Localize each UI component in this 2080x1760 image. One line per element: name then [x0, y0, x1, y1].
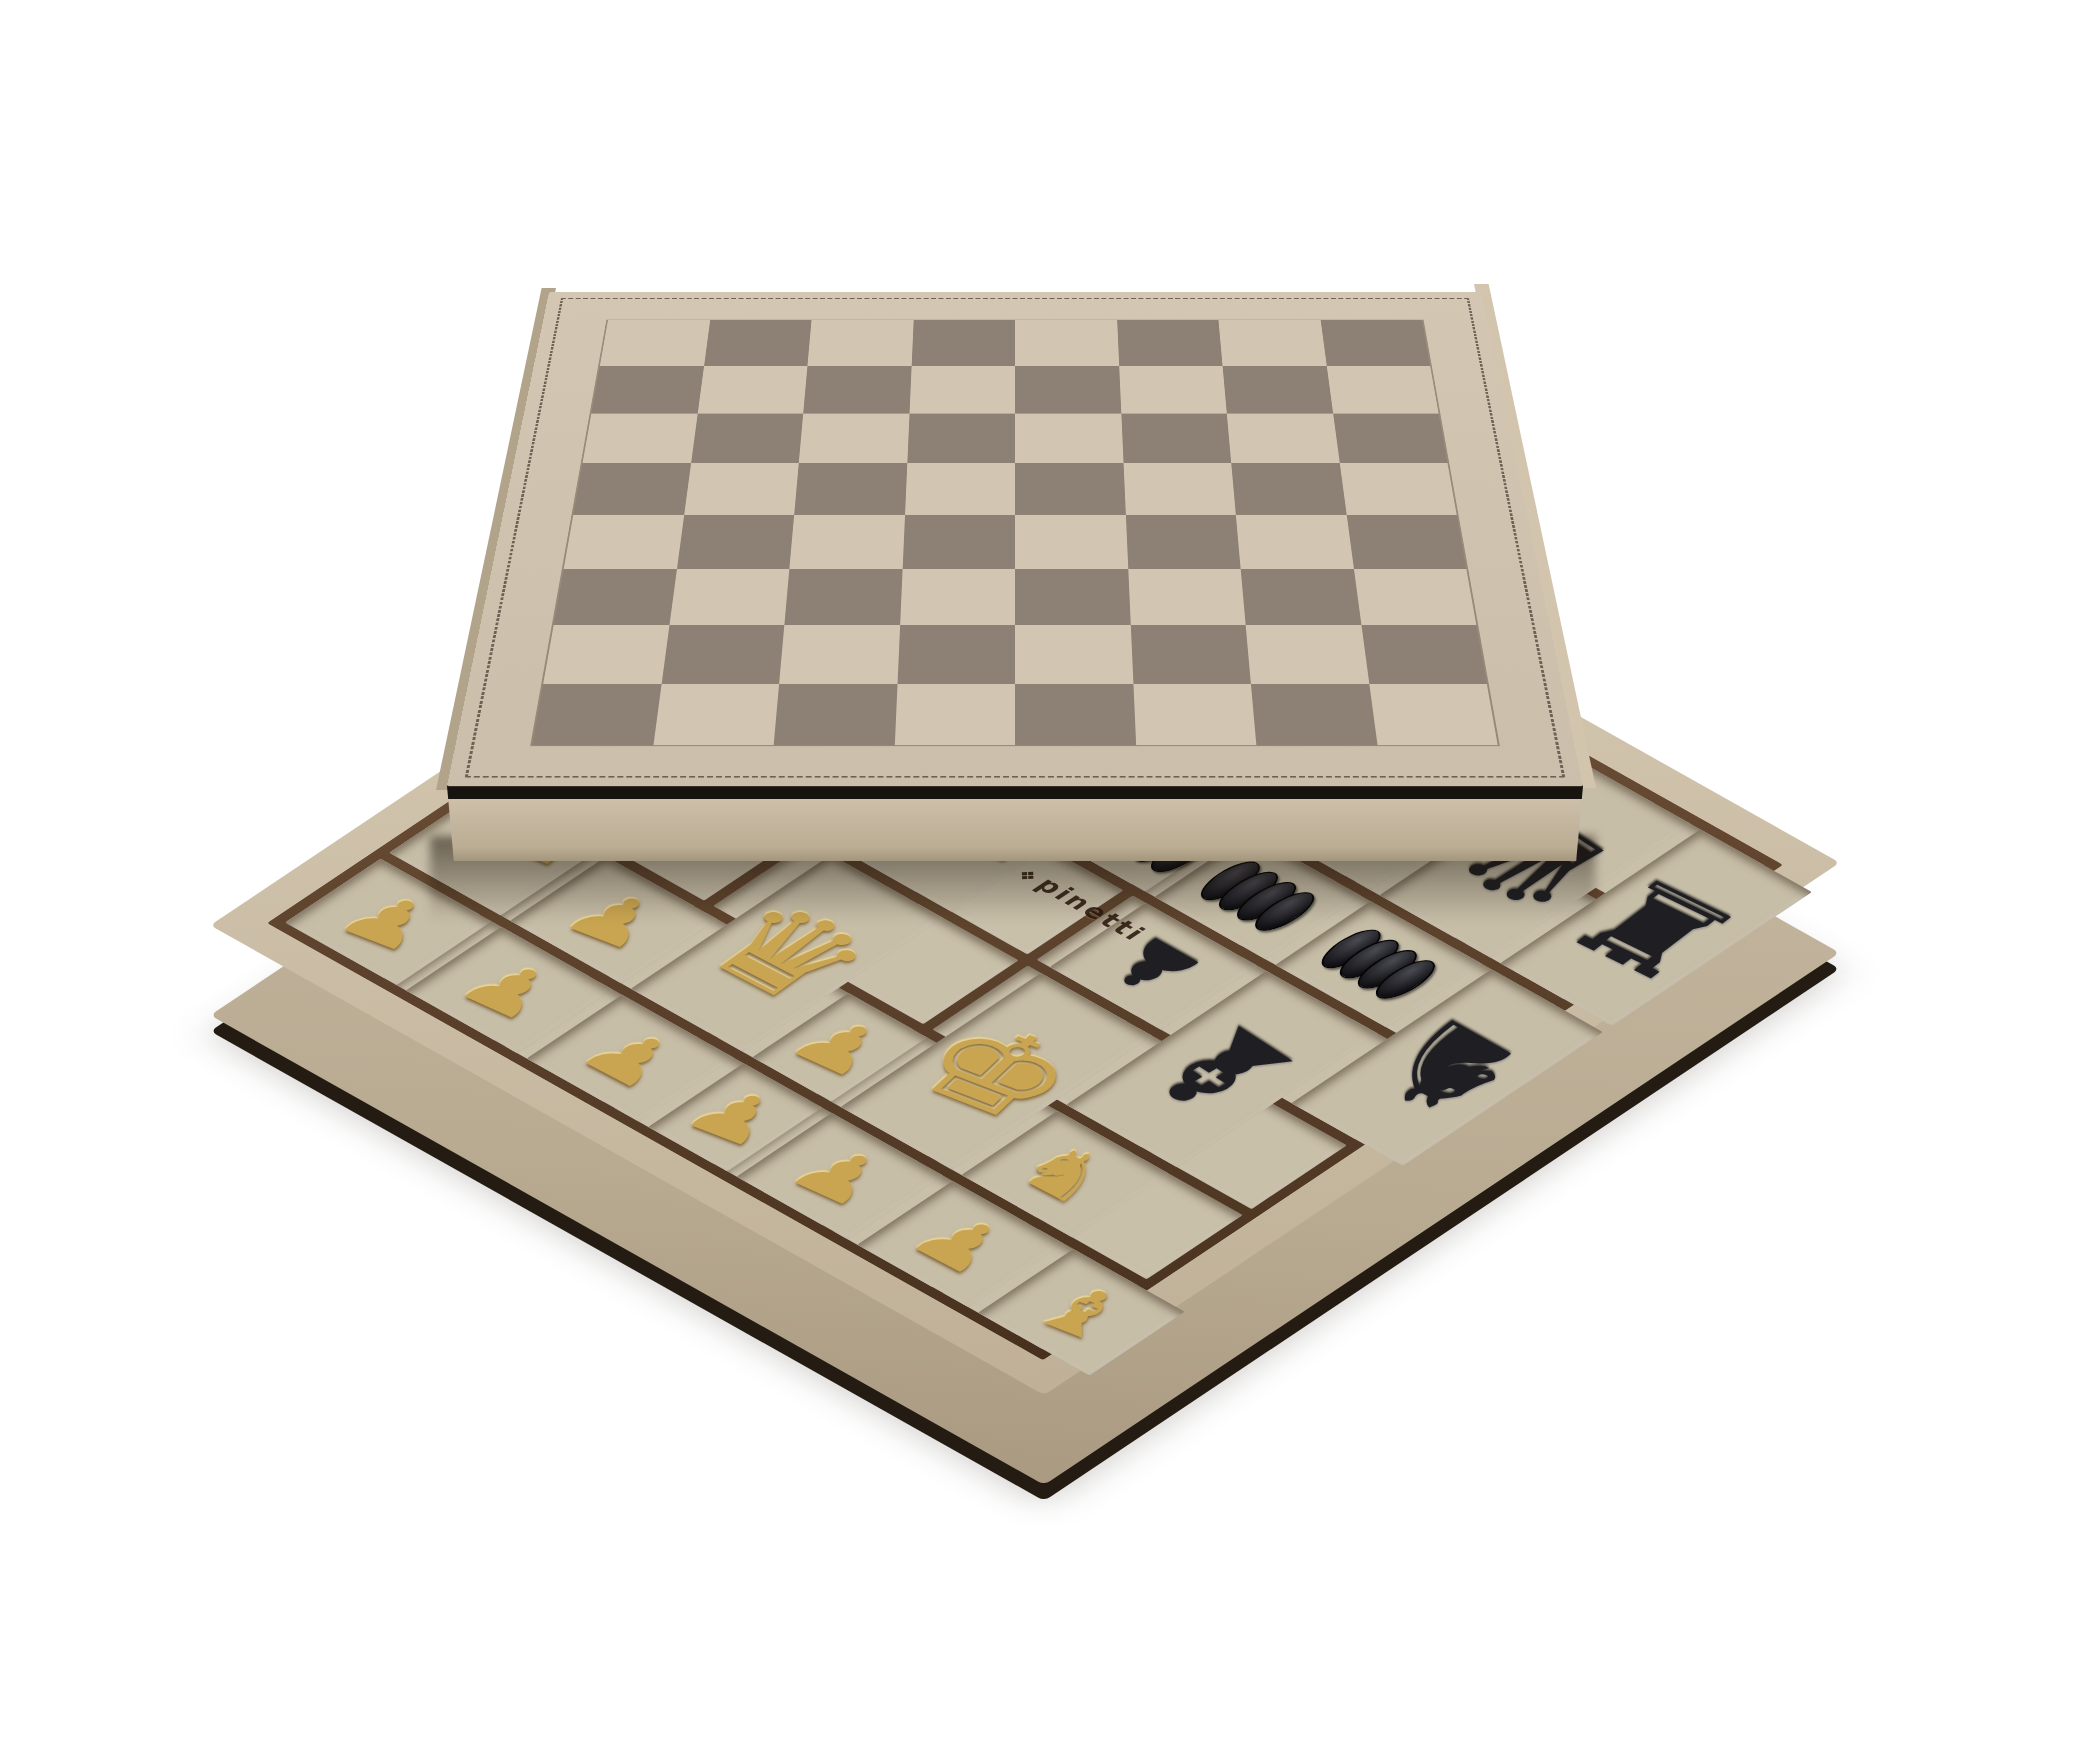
- board-square: [1246, 625, 1369, 684]
- board-square: [1320, 320, 1430, 366]
- board-square: [1133, 684, 1256, 746]
- board-square: [900, 569, 1015, 625]
- chessboard-lid: [447, 292, 1583, 786]
- board-square: [653, 684, 779, 746]
- gold-pawn[interactable]: ♟: [774, 1135, 906, 1217]
- board-square: [1130, 625, 1251, 684]
- board-square: [1123, 463, 1236, 515]
- board-square: [669, 569, 789, 625]
- product-photo-stage: ♟♟♟♟♟♟♟♟♞♝♜♛♚♝♞♜♜♛♜♞♝♟♟ ❖pinetti: [0, 0, 2080, 1760]
- board-square: [677, 515, 795, 569]
- board-square: [789, 515, 904, 569]
- board-square: [1241, 569, 1361, 625]
- board-square: [909, 366, 1015, 414]
- board-square: [907, 414, 1015, 464]
- board-square: [902, 515, 1015, 569]
- board-square: [1333, 414, 1448, 464]
- board-square: [661, 625, 784, 684]
- board-square: [543, 625, 669, 684]
- gold-bishop[interactable]: ♝: [1017, 1272, 1147, 1353]
- board-square: [1326, 366, 1438, 414]
- board-square: [697, 366, 807, 414]
- board-square: [794, 463, 907, 515]
- board-square: [807, 320, 913, 366]
- board-square: [583, 414, 698, 464]
- board-square: [684, 463, 799, 515]
- board-square: [799, 414, 909, 464]
- board-square: [1251, 684, 1377, 746]
- board-square: [1015, 366, 1121, 414]
- board-square: [591, 366, 703, 414]
- board-square: [905, 463, 1015, 515]
- board-square: [1015, 684, 1136, 746]
- board-square: [600, 320, 710, 366]
- lid-front-edge: [447, 786, 1583, 861]
- board-square: [573, 463, 690, 515]
- board-square: [1117, 320, 1223, 366]
- board-square: [779, 625, 900, 684]
- board-square: [1121, 414, 1231, 464]
- board-square: [1353, 569, 1476, 625]
- board-square: [1015, 463, 1125, 515]
- board-square: [704, 320, 812, 366]
- board-square: [564, 515, 684, 569]
- board-square: [1015, 320, 1119, 366]
- gold-knight[interactable]: ♞: [998, 1133, 1131, 1216]
- board-square: [1219, 320, 1327, 366]
- board-square: [1361, 625, 1487, 684]
- board-square: [1125, 515, 1240, 569]
- board-square: [1346, 515, 1466, 569]
- gold-pawn[interactable]: ♟: [894, 1203, 1027, 1286]
- board-square: [1223, 366, 1333, 414]
- board-square: [532, 684, 661, 746]
- black-bishop[interactable]: ♝: [1106, 998, 1337, 1140]
- gold-pawn[interactable]: ♟: [444, 949, 576, 1031]
- board-square: [1128, 569, 1246, 625]
- board-square: [1231, 463, 1346, 515]
- board-square: [1015, 569, 1130, 625]
- board-square: [774, 684, 897, 746]
- chessboard-field: [532, 320, 1497, 745]
- board-square: [803, 366, 911, 414]
- board-square: [894, 684, 1015, 746]
- board-square: [784, 569, 902, 625]
- board-square: [1015, 414, 1123, 464]
- board-square: [1227, 414, 1340, 464]
- gold-pawn[interactable]: ♟: [564, 1017, 697, 1100]
- checkers-stack[interactable]: [1312, 924, 1445, 1004]
- board-square: [554, 569, 677, 625]
- board-square: [1015, 625, 1133, 684]
- board-square: [691, 414, 804, 464]
- board-square: [897, 625, 1015, 684]
- board-square: [1015, 515, 1128, 569]
- board-square: [1236, 515, 1354, 569]
- board-square: [911, 320, 1015, 366]
- board-square: [1339, 463, 1456, 515]
- board-square: [1119, 366, 1227, 414]
- board-square: [1369, 684, 1498, 746]
